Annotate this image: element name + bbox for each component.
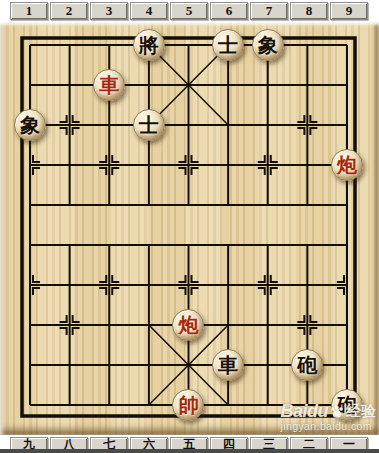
piece-black-advisor[interactable]: 士 (133, 109, 165, 141)
piece-red-cannon[interactable]: 炮 (172, 309, 204, 341)
window-bottom-edge (0, 449, 379, 453)
piece-black-elephant[interactable]: 象 (14, 109, 46, 141)
file-button-top-9[interactable]: 9 (330, 2, 368, 20)
xiangqi-board[interactable]: 將士象車象士炮炮車砲帥砲 Baidu 经验 jingyan.ba (0, 22, 379, 435)
xiangqi-game-window: 123456789 將士象車象士炮炮車砲帥砲 Baidu 经验 (0, 0, 379, 453)
pieces-layer: 將士象車象士炮炮車砲帥砲 (10, 25, 367, 425)
piece-red-cannon[interactable]: 炮 (331, 149, 363, 181)
file-button-top-6[interactable]: 6 (210, 2, 248, 20)
file-button-top-4[interactable]: 4 (130, 2, 168, 20)
file-coordinates-top: 123456789 (0, 0, 379, 22)
file-button-top-1[interactable]: 1 (10, 2, 48, 20)
file-button-top-3[interactable]: 3 (90, 2, 128, 20)
file-button-top-8[interactable]: 8 (290, 2, 328, 20)
file-button-top-2[interactable]: 2 (50, 2, 88, 20)
piece-black-elephant[interactable]: 象 (252, 29, 284, 61)
piece-black-general[interactable]: 將 (133, 29, 165, 61)
piece-black-cannon[interactable]: 砲 (331, 389, 363, 421)
piece-black-cannon[interactable]: 砲 (291, 349, 323, 381)
piece-black-advisor[interactable]: 士 (212, 29, 244, 61)
piece-black-chariot[interactable]: 車 (212, 349, 244, 381)
file-coordinates-bottom: 九八七六五四三二一 (0, 435, 379, 449)
piece-red-chariot[interactable]: 車 (93, 69, 125, 101)
piece-red-general[interactable]: 帥 (172, 389, 204, 421)
file-button-top-5[interactable]: 5 (170, 2, 208, 20)
file-button-top-7[interactable]: 7 (250, 2, 288, 20)
